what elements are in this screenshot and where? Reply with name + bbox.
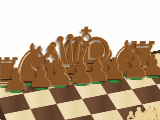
- felt-base: [75, 84, 88, 87]
- felt-base: [10, 90, 22, 93]
- pieces-layer: ♜♞♝♛♚♝♞♜♟♟♟♟♟♟♟♟♝♟♞♟: [0, 0, 160, 120]
- chess-set-photo: ♜♞♝♛♚♝♞♜♟♟♟♟♟♟♟♟♝♟♞♟: [0, 0, 160, 120]
- white-bishop[interactable]: ♝: [119, 109, 143, 120]
